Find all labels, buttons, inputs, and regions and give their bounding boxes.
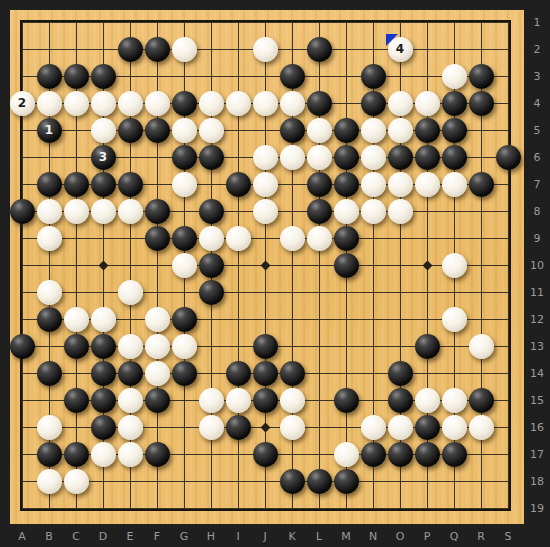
row-label: 5 [534,124,541,137]
go-stone-G12-black [172,307,197,332]
go-stone-Q16-white [442,415,467,440]
go-stone-J7-white [253,172,278,197]
go-stone-M7-black [334,172,359,197]
go-stone-G14-black [172,361,197,386]
go-stone-Q12-white [442,307,467,332]
go-stone-D4-white [91,91,116,116]
row-label: 16 [530,421,544,434]
go-stone-B5-black: 1 [37,118,62,143]
go-stone-B17-black [37,442,62,467]
go-stone-R3-black [469,64,494,89]
go-stone-P5-black [415,118,440,143]
go-stone-J17-black [253,442,278,467]
go-stone-D8-white [91,199,116,224]
column-label: F [154,530,160,543]
go-stone-R15-black [469,388,494,413]
go-stone-N7-white [361,172,386,197]
go-stone-E11-white [118,280,143,305]
go-stone-E4-white [118,91,143,116]
go-stone-E8-white [118,199,143,224]
go-stone-G7-white [172,172,197,197]
go-stone-G6-black [172,145,197,170]
go-stone-L8-black [307,199,332,224]
go-stone-J6-white [253,145,278,170]
go-stone-F15-black [145,388,170,413]
go-stone-N8-white [361,199,386,224]
column-label: C [72,530,80,543]
go-stone-J2-white [253,37,278,62]
go-stone-H9-white [199,226,224,251]
go-stone-C3-black [64,64,89,89]
go-stone-M5-black [334,118,359,143]
go-stone-E14-black [118,361,143,386]
go-stone-O2-white: 4 [388,37,413,62]
go-stone-D3-black [91,64,116,89]
go-stone-N17-black [361,442,386,467]
go-stone-B9-white [37,226,62,251]
go-stone-L2-black [307,37,332,62]
go-stone-A13-black [10,334,35,359]
go-stone-L6-white [307,145,332,170]
go-stone-B16-white [37,415,62,440]
row-label: 8 [534,205,541,218]
go-stone-I4-white [226,91,251,116]
go-stone-K5-black [280,118,305,143]
row-label: 13 [530,340,544,353]
go-stone-C8-white [64,199,89,224]
go-stone-G9-black [172,226,197,251]
column-label: O [396,530,405,543]
go-stone-D13-black [91,334,116,359]
go-stone-L18-black [307,469,332,494]
go-stone-D14-black [91,361,116,386]
column-label: B [45,530,53,543]
go-stone-K6-white [280,145,305,170]
go-stone-I14-black [226,361,251,386]
go-stone-M17-white [334,442,359,467]
column-label: M [341,530,351,543]
go-stone-F9-black [145,226,170,251]
go-stone-E13-white [118,334,143,359]
go-stone-J4-white [253,91,278,116]
column-label: S [505,530,512,543]
go-stone-L5-white [307,118,332,143]
column-label: P [424,530,431,543]
go-stone-B3-black [37,64,62,89]
go-stone-F13-white [145,334,170,359]
go-stone-Q3-white [442,64,467,89]
go-stone-R16-white [469,415,494,440]
row-label: 15 [530,394,544,407]
go-stone-J8-white [253,199,278,224]
go-stone-P16-black [415,415,440,440]
column-label: A [18,530,26,543]
row-label: 2 [534,43,541,56]
go-stone-Q17-black [442,442,467,467]
go-stone-R13-white [469,334,494,359]
move-number-label: 3 [99,151,107,163]
move-number-label: 2 [18,97,26,109]
go-stone-Q7-white [442,172,467,197]
go-stone-Q6-black [442,145,467,170]
go-stone-M10-black [334,253,359,278]
go-stone-J14-black [253,361,278,386]
go-stone-B7-black [37,172,62,197]
go-stone-J13-black [253,334,278,359]
row-label: 6 [534,151,541,164]
go-stone-K18-black [280,469,305,494]
go-stone-E17-white [118,442,143,467]
go-stone-K16-white [280,415,305,440]
go-stone-K9-white [280,226,305,251]
go-stone-G4-black [172,91,197,116]
go-stone-B11-white [37,280,62,305]
go-stone-H8-black [199,199,224,224]
go-stone-E7-black [118,172,143,197]
go-stone-C15-black [64,388,89,413]
row-label: 9 [534,232,541,245]
go-stone-Q15-white [442,388,467,413]
go-stone-C13-black [64,334,89,359]
go-stone-H6-black [199,145,224,170]
go-stone-N5-white [361,118,386,143]
go-stone-N3-black [361,64,386,89]
row-label: 7 [534,178,541,191]
go-stone-A8-black [10,199,35,224]
go-stone-G2-white [172,37,197,62]
go-stone-F17-black [145,442,170,467]
go-stone-I16-black [226,415,251,440]
go-stone-M6-black [334,145,359,170]
row-label: 18 [530,475,544,488]
go-stone-M9-black [334,226,359,251]
column-label: E [127,530,134,543]
go-stone-I15-white [226,388,251,413]
go-stone-E2-black [118,37,143,62]
go-stone-I9-white [226,226,251,251]
go-stone-N4-black [361,91,386,116]
go-stone-F2-black [145,37,170,62]
go-stone-B12-black [37,307,62,332]
go-stone-A4-white: 2 [10,91,35,116]
go-stone-O16-white [388,415,413,440]
column-label: K [288,530,295,543]
row-label: 3 [534,70,541,83]
go-stone-G13-white [172,334,197,359]
row-label: 19 [530,502,544,515]
go-stone-O17-black [388,442,413,467]
go-stone-J15-black [253,388,278,413]
last-move-marker-icon [386,34,398,46]
go-stone-E16-white [118,415,143,440]
column-label: H [207,530,215,543]
go-stone-H5-white [199,118,224,143]
go-stone-P13-black [415,334,440,359]
go-stone-F14-white [145,361,170,386]
go-stone-C17-black [64,442,89,467]
go-stone-C4-white [64,91,89,116]
row-label: 10 [530,259,544,272]
go-stone-L9-white [307,226,332,251]
row-label: 4 [534,97,541,110]
go-stone-O15-black [388,388,413,413]
go-stone-D17-white [91,442,116,467]
go-stone-K4-white [280,91,305,116]
go-stone-D15-black [91,388,116,413]
go-stone-L7-black [307,172,332,197]
column-label: G [180,530,189,543]
go-stone-D12-white [91,307,116,332]
go-stone-P15-white [415,388,440,413]
go-stone-Q4-black [442,91,467,116]
row-label: 1 [534,16,541,29]
go-stone-D16-black [91,415,116,440]
move-number-label: 1 [45,124,53,136]
go-stone-H16-white [199,415,224,440]
column-label: D [99,530,107,543]
go-stone-C12-white [64,307,89,332]
go-stone-H4-white [199,91,224,116]
go-stone-Q5-black [442,118,467,143]
go-stone-D5-white [91,118,116,143]
go-stone-P6-black [415,145,440,170]
go-stone-G5-white [172,118,197,143]
row-label: 17 [530,448,544,461]
go-stone-D6-black: 3 [91,145,116,170]
go-stone-F12-white [145,307,170,332]
go-stone-H10-black [199,253,224,278]
go-stone-O4-white [388,91,413,116]
go-stone-F4-white [145,91,170,116]
go-stone-M8-white [334,199,359,224]
go-stone-R4-black [469,91,494,116]
go-stone-M18-black [334,469,359,494]
go-stone-S6-black [496,145,521,170]
row-label: 11 [530,286,544,299]
go-stone-G10-white [172,253,197,278]
go-stone-M15-black [334,388,359,413]
go-stone-I7-black [226,172,251,197]
go-stone-F5-black [145,118,170,143]
go-stone-B14-black [37,361,62,386]
go-stone-R7-black [469,172,494,197]
go-stone-C18-white [64,469,89,494]
go-stone-D7-black [91,172,116,197]
column-label: N [369,530,377,543]
go-stone-F8-black [145,199,170,224]
go-stone-B8-white [37,199,62,224]
go-stone-O7-white [388,172,413,197]
column-label: J [263,530,266,543]
go-stone-P4-white [415,91,440,116]
go-stone-K14-black [280,361,305,386]
go-stone-B18-white [37,469,62,494]
go-stone-E15-white [118,388,143,413]
go-stone-N16-white [361,415,386,440]
go-stone-E5-black [118,118,143,143]
go-stone-O8-white [388,199,413,224]
go-stone-H15-white [199,388,224,413]
go-stone-Q10-white [442,253,467,278]
column-label: Q [450,530,459,543]
go-stone-O5-white [388,118,413,143]
go-stone-C7-black [64,172,89,197]
column-label: R [477,530,485,543]
go-stone-O14-black [388,361,413,386]
app-frame: ABCDEFGHIJKLMNOPQRS123456789101112131415… [0,0,550,547]
go-stone-N6-white [361,145,386,170]
go-stone-H11-black [199,280,224,305]
column-label: L [316,530,322,543]
go-stone-B4-white [37,91,62,116]
go-stone-P7-white [415,172,440,197]
row-label: 14 [530,367,544,380]
go-stone-K3-black [280,64,305,89]
go-stone-K15-white [280,388,305,413]
column-label: I [236,530,239,543]
go-stone-O6-black [388,145,413,170]
go-stone-P17-black [415,442,440,467]
go-stone-L4-black [307,91,332,116]
row-label: 12 [530,313,544,326]
